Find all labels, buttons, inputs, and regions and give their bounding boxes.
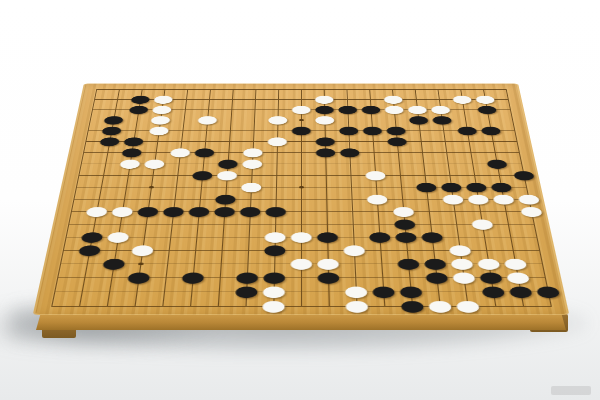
- hoshi-star-point: [459, 262, 465, 265]
- hoshi-star-point: [298, 186, 303, 188]
- go-board-photo-scene: ●●●●●●●●●●●●●●●●●●●●●●●●●●●●●●●●●●●●●●●●…: [0, 0, 600, 400]
- hoshi-star-point: [299, 119, 304, 121]
- board-front-edge: [36, 313, 566, 330]
- goban-board: ●●●●●●●●●●●●●●●●●●●●●●●●●●●●●●●●●●●●●●●●…: [33, 83, 570, 315]
- hoshi-star-point: [439, 119, 444, 121]
- watermark: [551, 386, 591, 395]
- hoshi-star-point: [448, 186, 453, 188]
- hoshi-star-point: [298, 262, 303, 265]
- hoshi-star-point: [158, 119, 163, 121]
- hoshi-star-point: [138, 262, 144, 265]
- hoshi-star-point: [148, 186, 153, 188]
- goban-grid: [51, 89, 552, 306]
